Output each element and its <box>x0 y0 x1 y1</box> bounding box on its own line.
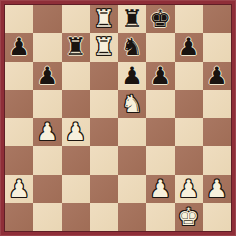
piece-white-pawn: ♟ <box>65 120 87 144</box>
square-b3[interactable] <box>33 146 61 174</box>
piece-white-king: ♚ <box>178 205 200 229</box>
square-h4[interactable] <box>203 118 231 146</box>
piece-white-pawn: ♟ <box>206 177 228 201</box>
square-b2[interactable] <box>33 175 61 203</box>
square-g4[interactable] <box>175 118 203 146</box>
square-c1[interactable] <box>62 203 90 231</box>
piece-black-pawn: ♟ <box>178 35 200 59</box>
square-d8[interactable]: ♜ <box>90 5 118 33</box>
square-g3[interactable] <box>175 146 203 174</box>
square-a3[interactable] <box>5 146 33 174</box>
piece-black-pawn: ♟ <box>121 64 143 88</box>
square-d4[interactable] <box>90 118 118 146</box>
square-a6[interactable] <box>5 62 33 90</box>
square-g2[interactable]: ♟ <box>175 175 203 203</box>
square-a1[interactable] <box>5 203 33 231</box>
piece-black-knight: ♞ <box>121 35 143 59</box>
square-e6[interactable]: ♟ <box>118 62 146 90</box>
piece-black-rook: ♜ <box>65 35 87 59</box>
square-e3[interactable] <box>118 146 146 174</box>
square-a7[interactable]: ♟ <box>5 33 33 61</box>
square-g5[interactable] <box>175 90 203 118</box>
square-c2[interactable] <box>62 175 90 203</box>
piece-white-pawn: ♟ <box>150 177 172 201</box>
piece-white-pawn: ♟ <box>178 177 200 201</box>
square-e5[interactable]: ♞ <box>118 90 146 118</box>
square-f5[interactable] <box>146 90 174 118</box>
square-c4[interactable]: ♟ <box>62 118 90 146</box>
piece-black-pawn: ♟ <box>206 64 228 88</box>
piece-black-pawn: ♟ <box>37 64 59 88</box>
piece-black-pawn: ♟ <box>8 35 30 59</box>
chess-board: ♜♜♚♟♜♜♞♟♟♟♟♟♞♟♟♟♟♟♟♚ <box>5 5 231 231</box>
square-f6[interactable]: ♟ <box>146 62 174 90</box>
chess-diagram: ♜♜♚♟♜♜♞♟♟♟♟♟♞♟♟♟♟♟♟♚ <box>0 0 236 236</box>
piece-white-rook: ♜ <box>93 7 115 31</box>
piece-white-knight: ♞ <box>121 92 143 116</box>
square-d5[interactable] <box>90 90 118 118</box>
square-h8[interactable] <box>203 5 231 33</box>
square-b6[interactable]: ♟ <box>33 62 61 90</box>
square-h6[interactable]: ♟ <box>203 62 231 90</box>
square-d1[interactable] <box>90 203 118 231</box>
square-b1[interactable] <box>33 203 61 231</box>
square-g1[interactable]: ♚ <box>175 203 203 231</box>
piece-white-rook: ♜ <box>93 35 115 59</box>
piece-white-pawn: ♟ <box>8 177 30 201</box>
square-f4[interactable] <box>146 118 174 146</box>
square-c5[interactable] <box>62 90 90 118</box>
square-b4[interactable]: ♟ <box>33 118 61 146</box>
piece-black-rook: ♜ <box>121 7 143 31</box>
square-b8[interactable] <box>33 5 61 33</box>
square-c8[interactable] <box>62 5 90 33</box>
square-c7[interactable]: ♜ <box>62 33 90 61</box>
piece-white-pawn: ♟ <box>37 120 59 144</box>
square-e8[interactable]: ♜ <box>118 5 146 33</box>
square-h2[interactable]: ♟ <box>203 175 231 203</box>
square-e4[interactable] <box>118 118 146 146</box>
square-e7[interactable]: ♞ <box>118 33 146 61</box>
square-h3[interactable] <box>203 146 231 174</box>
square-g7[interactable]: ♟ <box>175 33 203 61</box>
square-d6[interactable] <box>90 62 118 90</box>
square-f1[interactable] <box>146 203 174 231</box>
square-c3[interactable] <box>62 146 90 174</box>
square-d3[interactable] <box>90 146 118 174</box>
square-d2[interactable] <box>90 175 118 203</box>
square-a5[interactable] <box>5 90 33 118</box>
square-e2[interactable] <box>118 175 146 203</box>
square-c6[interactable] <box>62 62 90 90</box>
square-f7[interactable] <box>146 33 174 61</box>
square-b5[interactable] <box>33 90 61 118</box>
square-g6[interactable] <box>175 62 203 90</box>
square-g8[interactable] <box>175 5 203 33</box>
square-h7[interactable] <box>203 33 231 61</box>
piece-black-king: ♚ <box>150 7 172 31</box>
square-a4[interactable] <box>5 118 33 146</box>
square-a2[interactable]: ♟ <box>5 175 33 203</box>
square-h5[interactable] <box>203 90 231 118</box>
square-f2[interactable]: ♟ <box>146 175 174 203</box>
square-b7[interactable] <box>33 33 61 61</box>
piece-black-pawn: ♟ <box>150 64 172 88</box>
square-a8[interactable] <box>5 5 33 33</box>
square-d7[interactable]: ♜ <box>90 33 118 61</box>
square-e1[interactable] <box>118 203 146 231</box>
square-f3[interactable] <box>146 146 174 174</box>
square-f8[interactable]: ♚ <box>146 5 174 33</box>
square-h1[interactable] <box>203 203 231 231</box>
